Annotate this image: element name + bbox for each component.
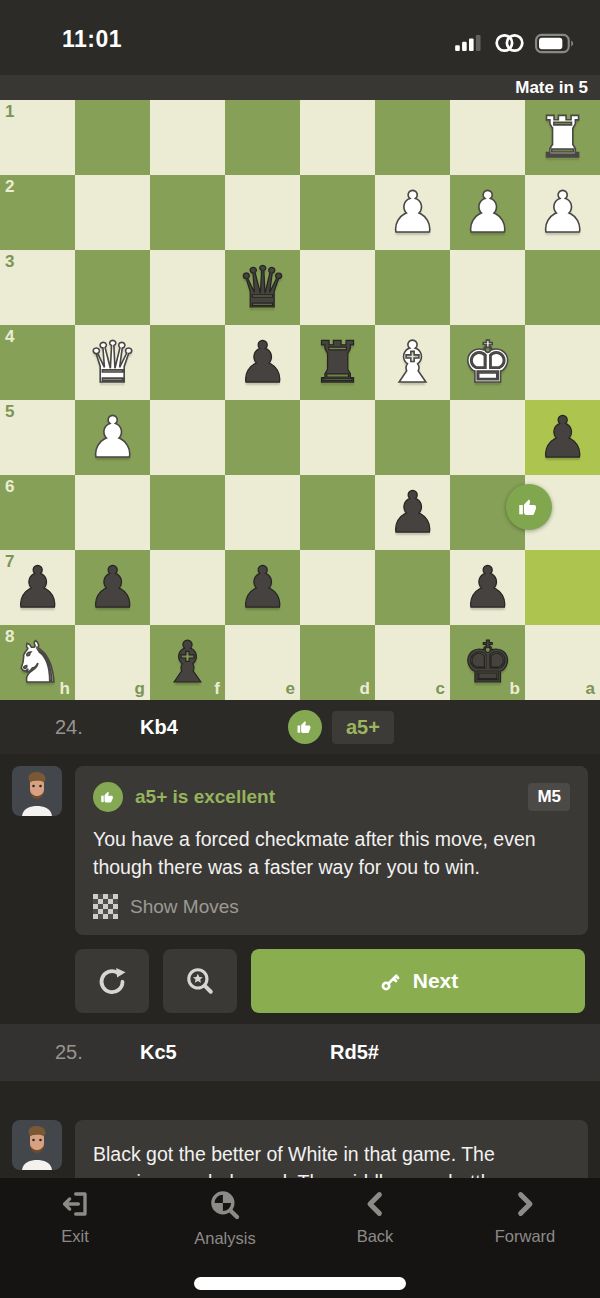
- file-label-d: d: [360, 680, 370, 697]
- square-e3[interactable]: ♛: [225, 250, 300, 325]
- square-e7[interactable]: ♟: [225, 550, 300, 625]
- white-pawn[interactable]: ♟: [75, 400, 150, 475]
- square-g6[interactable]: [75, 475, 150, 550]
- square-f6[interactable]: [150, 475, 225, 550]
- black-pawn[interactable]: ♟: [375, 475, 450, 550]
- thumbs-up-icon: [295, 717, 315, 737]
- square-g8[interactable]: g: [75, 625, 150, 700]
- white-move-25[interactable]: Kc5: [140, 1041, 195, 1064]
- black-pawn[interactable]: ♟: [450, 550, 525, 625]
- square-a8[interactable]: a: [525, 625, 600, 700]
- square-e2[interactable]: [225, 175, 300, 250]
- rank-label-5: 5: [5, 403, 14, 420]
- black-pawn[interactable]: ♟: [525, 400, 600, 475]
- show-moves-label: Show Moves: [130, 896, 239, 918]
- square-c1[interactable]: [375, 100, 450, 175]
- link-icon: [493, 30, 526, 56]
- nav-forward-button[interactable]: Forward: [450, 1188, 600, 1248]
- black-pawn[interactable]: ♟: [225, 325, 300, 400]
- rank-label-2: 2: [5, 178, 14, 195]
- square-d7[interactable]: [300, 550, 375, 625]
- square-d3[interactable]: [300, 250, 375, 325]
- move-row-25[interactable]: 25. Kc5 Rd5#: [0, 1024, 600, 1081]
- chevron-left-icon: [360, 1188, 390, 1220]
- black-move-25[interactable]: Rd5#: [330, 1041, 379, 1064]
- thumbs-up-icon: [99, 788, 117, 806]
- rank-label-3: 3: [5, 253, 14, 270]
- nav-exit-button[interactable]: Exit: [0, 1188, 150, 1248]
- rank-label-4: 4: [5, 328, 14, 345]
- analysis-magnifier-icon: [208, 1188, 242, 1222]
- thumbs-up-move-icon: [288, 710, 322, 744]
- thumbs-up-move-badge: [506, 484, 552, 530]
- rank-label-1: 1: [5, 103, 14, 120]
- square-a7[interactable]: [525, 550, 600, 625]
- circular-arrow-icon: [94, 963, 130, 999]
- rank-label-6: 6: [5, 478, 14, 495]
- black-queen[interactable]: ♛: [225, 250, 300, 325]
- square-b4[interactable]: ♚: [450, 325, 525, 400]
- show-moves-button[interactable]: Show Moves: [93, 894, 570, 919]
- square-d8[interactable]: d: [300, 625, 375, 700]
- white-knight[interactable]: ♞: [0, 625, 75, 700]
- square-f1[interactable]: [150, 100, 225, 175]
- square-h3[interactable]: 3: [0, 250, 75, 325]
- thumbs-up-icon: [516, 494, 542, 520]
- square-e1[interactable]: [225, 100, 300, 175]
- chevron-right-icon: [510, 1188, 540, 1220]
- white-queen[interactable]: ♛: [75, 325, 150, 400]
- white-move-24[interactable]: Kb4: [140, 716, 195, 739]
- next-button[interactable]: Next: [251, 949, 585, 1013]
- black-rook[interactable]: ♜: [300, 325, 375, 400]
- coach-avatar: [12, 766, 62, 816]
- black-pawn[interactable]: ♟: [0, 550, 75, 625]
- home-indicator[interactable]: [194, 1277, 406, 1290]
- square-c3[interactable]: [375, 250, 450, 325]
- black-pawn[interactable]: ♟: [75, 550, 150, 625]
- square-a2[interactable]: ♟: [525, 175, 600, 250]
- coach-card: a5+ is excellent M5 You have a forced ch…: [75, 766, 588, 935]
- square-c6[interactable]: ♟: [375, 475, 450, 550]
- black-king[interactable]: ♚: [450, 625, 525, 700]
- square-b2[interactable]: ♟: [450, 175, 525, 250]
- mate-in-label: Mate in 5: [515, 78, 588, 98]
- square-c4[interactable]: ♝: [375, 325, 450, 400]
- square-a5[interactable]: ♟: [525, 400, 600, 475]
- move-number: 24.: [0, 716, 105, 739]
- square-g2[interactable]: [75, 175, 150, 250]
- white-pawn[interactable]: ♟: [375, 175, 450, 250]
- square-c2[interactable]: ♟: [375, 175, 450, 250]
- chess-board[interactable]: 1♜2♟♟♟3♛4♛♟♜♝♚5♟♟6♟7♟♟♟♟8h♞gf♝edcb♚a: [0, 100, 600, 700]
- square-f3[interactable]: [150, 250, 225, 325]
- square-c8[interactable]: c: [375, 625, 450, 700]
- next-button-label: Next: [413, 969, 459, 993]
- nav-back-button[interactable]: Back: [300, 1188, 450, 1248]
- square-g5[interactable]: ♟: [75, 400, 150, 475]
- square-d4[interactable]: ♜: [300, 325, 375, 400]
- square-f4[interactable]: [150, 325, 225, 400]
- move-number: 25.: [0, 1041, 105, 1064]
- square-d1[interactable]: [300, 100, 375, 175]
- white-pawn[interactable]: ♟: [450, 175, 525, 250]
- nav-label: Back: [357, 1227, 394, 1246]
- white-pawn[interactable]: ♟: [525, 175, 600, 250]
- square-b5[interactable]: [450, 400, 525, 475]
- game-summary-line-1: Black got the better of White in that ga…: [93, 1140, 570, 1168]
- thumbs-up-badge: [93, 782, 123, 812]
- square-c5[interactable]: [375, 400, 450, 475]
- square-h4[interactable]: 4: [0, 325, 75, 400]
- clock: 11:01: [62, 26, 122, 53]
- square-e4[interactable]: ♟: [225, 325, 300, 400]
- app-screen: 11:01 Mate in 5: [0, 0, 600, 1298]
- coach-comment-section: a5+ is excellent M5 You have a forced ch…: [0, 754, 600, 935]
- square-b1[interactable]: [450, 100, 525, 175]
- retry-button[interactable]: [75, 949, 149, 1013]
- square-g1[interactable]: [75, 100, 150, 175]
- exit-door-icon: [59, 1188, 91, 1220]
- white-bishop[interactable]: ♝: [375, 325, 450, 400]
- square-b3[interactable]: [450, 250, 525, 325]
- square-h2[interactable]: 2: [0, 175, 75, 250]
- square-a4[interactable]: [525, 325, 600, 400]
- square-g4[interactable]: ♛: [75, 325, 150, 400]
- square-d2[interactable]: [300, 175, 375, 250]
- square-e8[interactable]: e: [225, 625, 300, 700]
- square-h5[interactable]: 5: [0, 400, 75, 475]
- nav-label: Analysis: [194, 1229, 255, 1248]
- square-d6[interactable]: [300, 475, 375, 550]
- square-b7[interactable]: ♟: [450, 550, 525, 625]
- square-g7[interactable]: ♟: [75, 550, 150, 625]
- black-pawn[interactable]: ♟: [225, 550, 300, 625]
- square-e6[interactable]: [225, 475, 300, 550]
- file-label-e: e: [286, 680, 295, 697]
- coach-avatar: [12, 1120, 62, 1170]
- white-rook[interactable]: ♜: [525, 100, 600, 175]
- bottom-nav: Exit Analysis Back: [0, 1178, 600, 1298]
- square-h6[interactable]: 6: [0, 475, 75, 550]
- cellular-signal-icon: [454, 31, 484, 55]
- square-f7[interactable]: [150, 550, 225, 625]
- square-f8[interactable]: f♝: [150, 625, 225, 700]
- move-row-24[interactable]: 24. Kb4 a5+: [0, 700, 600, 754]
- mini-chessboard-icon: [93, 894, 118, 919]
- nav-label: Exit: [61, 1227, 89, 1246]
- black-move-24-chip[interactable]: a5+: [332, 711, 394, 744]
- square-f2[interactable]: [150, 175, 225, 250]
- square-a3[interactable]: [525, 250, 600, 325]
- magnifier-star-icon: [183, 964, 217, 998]
- square-e5[interactable]: [225, 400, 300, 475]
- square-b8[interactable]: b♚: [450, 625, 525, 700]
- square-f5[interactable]: [150, 400, 225, 475]
- file-label-g: g: [135, 680, 145, 697]
- nav-label: Forward: [495, 1227, 556, 1246]
- key-icon: [378, 969, 403, 994]
- action-bar: Next: [75, 949, 585, 1013]
- coach-comment-text: You have a forced checkmate after this m…: [93, 825, 573, 881]
- square-a1[interactable]: ♜: [525, 100, 600, 175]
- status-bar: 11:01: [0, 0, 600, 75]
- square-h1[interactable]: 1: [0, 100, 75, 175]
- battery-icon: [535, 33, 575, 54]
- file-label-c: c: [436, 680, 445, 697]
- square-d5[interactable]: [300, 400, 375, 475]
- puzzle-goal-bar: Mate in 5: [0, 75, 600, 100]
- nav-analysis-button[interactable]: Analysis: [150, 1188, 300, 1248]
- mate-count-badge: M5: [528, 783, 570, 811]
- file-label-a: a: [586, 680, 595, 697]
- white-king[interactable]: ♚: [450, 325, 525, 400]
- review-move-button[interactable]: [163, 949, 237, 1013]
- square-g3[interactable]: [75, 250, 150, 325]
- square-h7[interactable]: 7♟: [0, 550, 75, 625]
- black-bishop[interactable]: ♝: [150, 625, 225, 700]
- square-c7[interactable]: [375, 550, 450, 625]
- move-quality-title: a5+ is excellent: [135, 786, 275, 808]
- square-h8[interactable]: 8h♞: [0, 625, 75, 700]
